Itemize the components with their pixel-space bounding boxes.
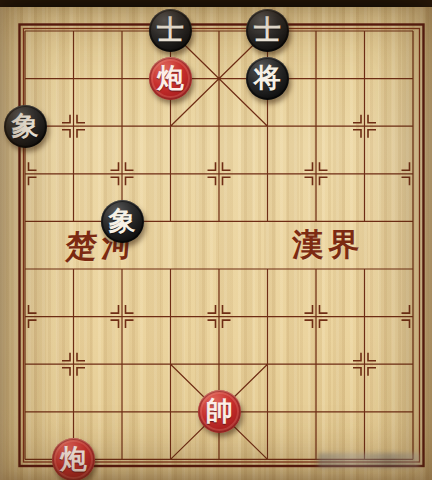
piece-glyph: 士 <box>254 16 281 43</box>
letterbox-bar <box>0 0 432 7</box>
black-elephant[interactable]: 象 <box>4 105 47 148</box>
black-elephant[interactable]: 象 <box>101 200 144 243</box>
piece-glyph: 将 <box>254 64 281 91</box>
piece-glyph: 士 <box>157 16 184 43</box>
piece-glyph: 象 <box>12 112 39 139</box>
piece-glyph: 象 <box>109 207 136 234</box>
pieces-grid: 士士炮将象象帥炮 <box>1 7 432 480</box>
red-cannon[interactable]: 炮 <box>149 57 192 100</box>
piece-glyph: 炮 <box>60 445 87 472</box>
black-general[interactable]: 将 <box>246 57 289 100</box>
black-advisor[interactable]: 士 <box>246 9 289 52</box>
piece-glyph: 炮 <box>157 64 184 91</box>
black-advisor[interactable]: 士 <box>149 9 192 52</box>
red-cannon[interactable]: 炮 <box>52 438 95 480</box>
red-general[interactable]: 帥 <box>198 390 241 433</box>
piece-glyph: 帥 <box>206 397 233 424</box>
watermark <box>318 453 420 468</box>
board-area[interactable]: 楚河 漢界 士士炮将象象帥炮 <box>0 0 432 480</box>
